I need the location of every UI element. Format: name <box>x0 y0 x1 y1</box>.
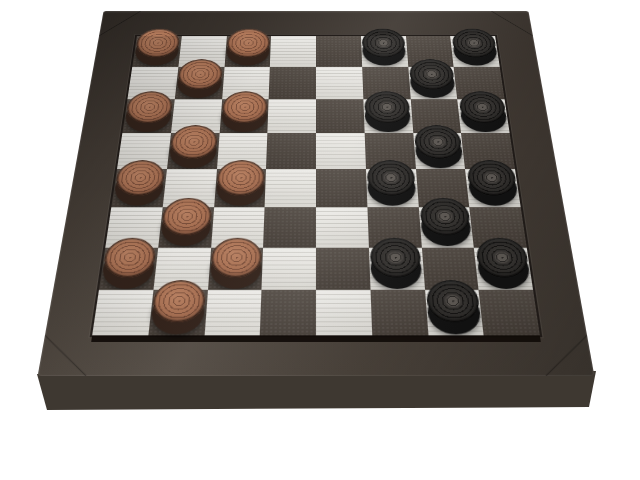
red-checker-piece[interactable] <box>150 291 206 334</box>
square-r5c5[interactable] <box>316 169 367 207</box>
square-r1c3[interactable] <box>224 36 271 67</box>
square-r4c2[interactable] <box>167 133 219 169</box>
square-r2c2[interactable] <box>175 67 225 99</box>
square-r4c4[interactable] <box>266 133 316 169</box>
red-checker-piece[interactable] <box>160 208 213 246</box>
square-r5c4[interactable] <box>265 169 316 207</box>
red-checker-piece[interactable] <box>215 170 265 206</box>
frame-miter-joint <box>38 335 93 376</box>
black-checker-piece[interactable] <box>414 134 464 168</box>
square-r3c8[interactable] <box>457 99 509 133</box>
square-r1c1[interactable] <box>132 36 181 67</box>
square-r7c5[interactable] <box>316 247 370 290</box>
red-checker-piece[interactable] <box>221 100 268 132</box>
black-checker-piece[interactable] <box>420 208 473 246</box>
square-r6c2[interactable] <box>158 207 214 247</box>
red-checker-piece[interactable] <box>225 37 269 66</box>
square-r1c6[interactable] <box>361 36 408 67</box>
square-r1c5[interactable] <box>316 36 362 67</box>
board <box>92 36 540 335</box>
square-r1c4[interactable] <box>270 36 316 67</box>
black-checker-piece[interactable] <box>409 67 456 98</box>
red-checker-piece[interactable] <box>134 37 181 66</box>
square-r3c4[interactable] <box>268 99 316 133</box>
square-r7c6[interactable] <box>369 247 425 290</box>
square-r7c4[interactable] <box>262 247 316 290</box>
square-r5c3[interactable] <box>214 169 267 207</box>
checker-top-face <box>364 91 411 123</box>
square-r2c4[interactable] <box>269 67 316 99</box>
frame-miter-joint <box>540 335 595 376</box>
square-r6c7[interactable] <box>418 207 474 247</box>
frame-miter-joint <box>491 11 533 36</box>
square-r8c2[interactable] <box>148 290 207 335</box>
square-r3c6[interactable] <box>363 99 413 133</box>
red-checker-piece[interactable] <box>209 248 262 288</box>
red-checker-piece[interactable] <box>113 170 165 206</box>
board-frame <box>38 11 595 376</box>
black-checker-piece[interactable] <box>367 170 417 206</box>
red-checker-piece[interactable] <box>124 100 173 132</box>
checker-top-face <box>362 29 406 58</box>
black-checker-piece[interactable] <box>467 170 519 206</box>
red-checker-piece[interactable] <box>101 248 157 288</box>
black-checker-piece[interactable] <box>459 100 508 132</box>
black-checker-piece[interactable] <box>426 291 482 334</box>
square-r2c7[interactable] <box>408 67 458 99</box>
square-r5c6[interactable] <box>366 169 419 207</box>
red-checker-piece[interactable] <box>168 134 218 168</box>
square-r8c3[interactable] <box>204 290 262 335</box>
black-checker-piece[interactable] <box>370 248 423 288</box>
square-r8c5[interactable] <box>316 290 372 335</box>
square-r7c1[interactable] <box>99 247 158 290</box>
square-r6c5[interactable] <box>316 207 369 247</box>
square-r1c8[interactable] <box>450 36 499 67</box>
square-r8c1[interactable] <box>92 290 153 335</box>
square-r7c8[interactable] <box>474 247 533 290</box>
square-r8c6[interactable] <box>370 290 428 335</box>
square-r3c3[interactable] <box>219 99 269 133</box>
frame-miter-joint <box>99 11 141 36</box>
square-r5c8[interactable] <box>465 169 520 207</box>
black-checker-piece[interactable] <box>362 37 406 66</box>
square-r2c5[interactable] <box>316 67 363 99</box>
black-checker-piece[interactable] <box>476 248 532 288</box>
square-r8c8[interactable] <box>479 290 540 335</box>
square-r8c7[interactable] <box>425 290 484 335</box>
black-checker-piece[interactable] <box>364 100 411 132</box>
square-r3c1[interactable] <box>122 99 174 133</box>
square-r4c5[interactable] <box>316 133 366 169</box>
scene <box>0 0 640 480</box>
square-r4c7[interactable] <box>413 133 465 169</box>
red-checker-piece[interactable] <box>176 67 223 98</box>
square-r8c4[interactable] <box>260 290 316 335</box>
square-r3c5[interactable] <box>316 99 364 133</box>
square-r5c1[interactable] <box>111 169 166 207</box>
square-r7c3[interactable] <box>207 247 263 290</box>
black-checker-piece[interactable] <box>452 37 499 66</box>
square-r6c4[interactable] <box>263 207 316 247</box>
